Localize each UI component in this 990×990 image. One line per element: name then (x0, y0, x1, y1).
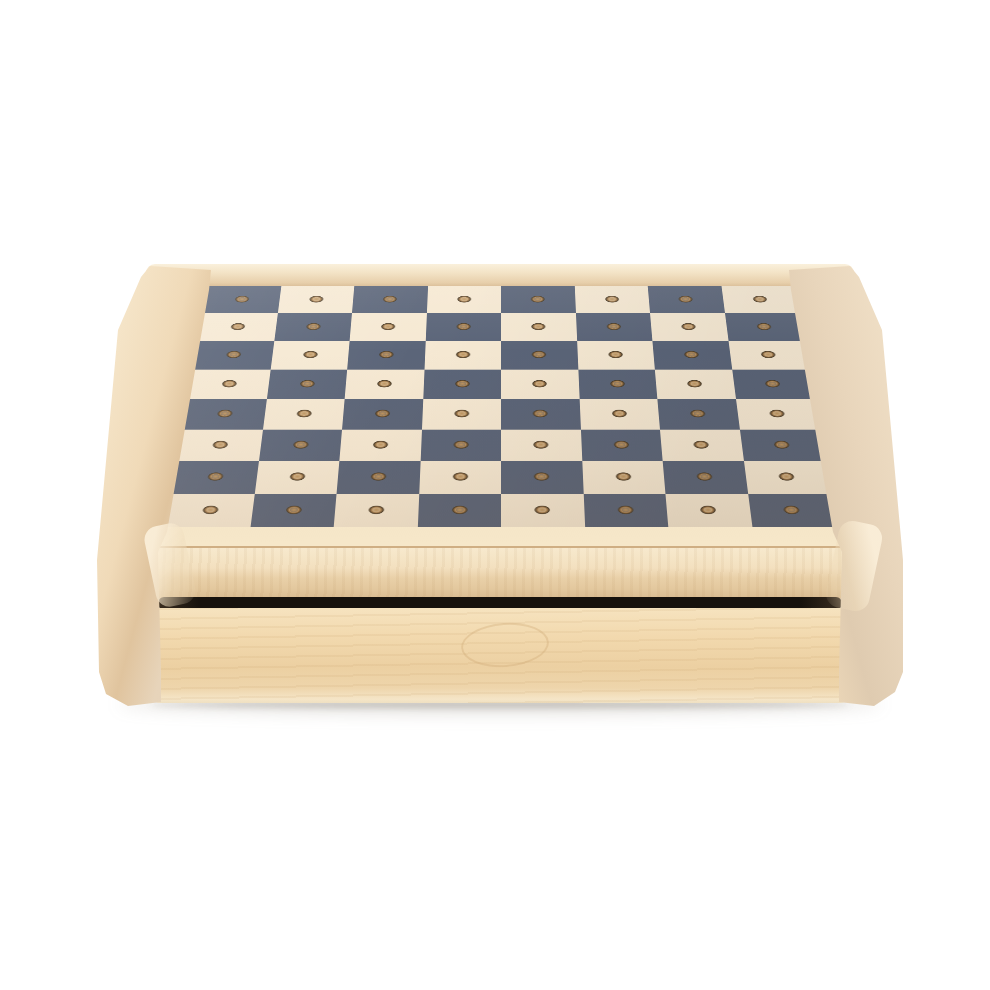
board-square[interactable] (337, 461, 421, 494)
peg-hole (368, 471, 390, 483)
board-square[interactable] (576, 313, 653, 341)
board-square[interactable] (259, 429, 343, 461)
board-square[interactable] (501, 399, 580, 429)
peg-hole (450, 439, 471, 450)
peg-hole (766, 409, 788, 420)
board-square[interactable] (345, 369, 424, 399)
peg-hole (684, 379, 705, 389)
board-square[interactable] (583, 494, 668, 528)
board-square[interactable] (748, 494, 836, 528)
box-back-rail (146, 264, 854, 286)
peg-hole (749, 295, 770, 305)
peg-hole (694, 471, 716, 483)
peg-hole (757, 350, 778, 360)
board-square[interactable] (188, 369, 270, 399)
peg-hole (770, 439, 793, 450)
peg-hole (697, 504, 720, 516)
peg-hole (306, 295, 326, 305)
peg-hole (605, 350, 626, 360)
peg-hole (530, 379, 550, 389)
board-square[interactable] (579, 399, 660, 429)
peg-hole (604, 322, 624, 332)
board-square[interactable] (423, 369, 501, 399)
peg-hole (780, 504, 803, 516)
board-square[interactable] (501, 494, 585, 528)
board-square[interactable] (736, 399, 819, 429)
peg-hole (223, 350, 244, 360)
board-square[interactable] (426, 286, 501, 313)
peg-hole (753, 322, 774, 332)
peg-hole (454, 295, 473, 305)
peg-hole (372, 409, 393, 420)
board-square[interactable] (732, 369, 814, 399)
board-square[interactable] (166, 494, 254, 528)
wood-knot (460, 620, 551, 670)
peg-hole (380, 295, 400, 305)
board-square[interactable] (582, 461, 666, 494)
board-square[interactable] (501, 341, 578, 370)
peg-hole (365, 504, 387, 516)
board-square[interactable] (266, 369, 347, 399)
board-square[interactable] (417, 494, 501, 528)
board-square[interactable] (501, 313, 577, 341)
product-photo-stage (0, 0, 990, 990)
peg-hole (529, 350, 549, 360)
peg-hole (453, 350, 473, 360)
peg-hole (529, 322, 549, 332)
board-square[interactable] (578, 369, 657, 399)
board-square[interactable] (739, 429, 824, 461)
board-square[interactable] (648, 286, 725, 313)
board-square[interactable] (580, 429, 662, 461)
board-square[interactable] (424, 341, 501, 370)
peg-hole (214, 409, 236, 420)
peg-hole (609, 409, 630, 420)
peg-hole (303, 322, 324, 332)
peg-hole (532, 504, 554, 516)
board-square[interactable] (422, 399, 501, 429)
board-square[interactable] (250, 494, 337, 528)
piece-drawer-front[interactable] (152, 608, 848, 703)
peg-hole (376, 350, 397, 360)
peg-hole (678, 322, 699, 332)
board-square[interactable] (254, 461, 339, 494)
board-square[interactable] (743, 461, 829, 494)
peg-hole (676, 295, 696, 305)
peg-hole (219, 379, 241, 389)
board-square[interactable] (347, 341, 425, 370)
peg-hole (296, 379, 317, 389)
board-square[interactable] (270, 341, 349, 370)
peg-hole (282, 504, 305, 516)
board-square[interactable] (277, 286, 354, 313)
peg-hole (681, 350, 702, 360)
board-square[interactable] (577, 341, 655, 370)
peg-hole (528, 295, 547, 305)
peg-hole (614, 504, 636, 516)
peg-hole (451, 409, 472, 420)
board-square[interactable] (183, 399, 266, 429)
peg-hole (687, 409, 709, 420)
board-square[interactable] (650, 313, 728, 341)
peg-hole (378, 322, 398, 332)
board-square[interactable] (339, 429, 421, 461)
board-square[interactable] (172, 461, 258, 494)
peg-hole (602, 295, 622, 305)
board-square[interactable] (657, 399, 739, 429)
board-square[interactable] (203, 286, 281, 313)
peg-hole (607, 379, 628, 389)
peg-hole (452, 379, 472, 389)
board-square[interactable] (274, 313, 352, 341)
peg-hole (199, 504, 222, 516)
board-square[interactable] (425, 313, 501, 341)
board-square[interactable] (725, 313, 804, 341)
board-square[interactable] (342, 399, 423, 429)
peg-hole (374, 379, 395, 389)
board-square[interactable] (420, 429, 501, 461)
peg-hole (775, 471, 798, 483)
peg-hole (449, 504, 471, 516)
board-square[interactable] (574, 286, 650, 313)
peg-hole (762, 379, 784, 389)
peg-hole (232, 295, 253, 305)
board-square[interactable] (655, 369, 736, 399)
chess-board-top (156, 286, 846, 547)
peg-hole (531, 439, 552, 450)
peg-hole (204, 471, 227, 483)
peg-hole (209, 439, 232, 450)
peg-hole (454, 322, 474, 332)
board-square[interactable] (263, 399, 345, 429)
board-square[interactable] (501, 369, 579, 399)
board-square[interactable] (178, 429, 263, 461)
board-square[interactable] (193, 341, 274, 370)
peg-hole (370, 439, 392, 450)
board-square[interactable] (663, 461, 748, 494)
peg-hole (531, 471, 552, 483)
peg-hole (690, 439, 712, 450)
peg-hole (293, 409, 315, 420)
board-square[interactable] (660, 429, 744, 461)
peg-hole (290, 439, 312, 450)
board-square[interactable] (352, 286, 428, 313)
board-square[interactable] (728, 341, 809, 370)
board-square[interactable] (501, 286, 576, 313)
peg-hole (228, 322, 249, 332)
board-square[interactable] (501, 429, 582, 461)
peg-hole (286, 471, 308, 483)
peg-hole (612, 471, 634, 483)
board-square[interactable] (665, 494, 752, 528)
board-square[interactable] (198, 313, 277, 341)
peg-hole (449, 471, 470, 483)
board-square[interactable] (721, 286, 799, 313)
peg-hole (530, 409, 551, 420)
sliding-lid-front-edge[interactable] (154, 546, 846, 600)
chess-board-grid (166, 286, 835, 527)
board-square[interactable] (501, 461, 583, 494)
board-square[interactable] (334, 494, 419, 528)
peg-hole (300, 350, 321, 360)
board-square[interactable] (652, 341, 731, 370)
peg-hole (610, 439, 632, 450)
board-square[interactable] (419, 461, 501, 494)
board-square[interactable] (350, 313, 427, 341)
